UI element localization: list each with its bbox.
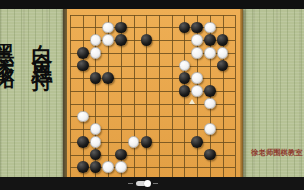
grid-line-v xyxy=(235,15,236,180)
video-frame: 黑吴依铭 白金恩持 徐老师围棋教室 xyxy=(0,0,304,190)
board-left-edge xyxy=(63,9,67,180)
black-stone xyxy=(179,22,191,34)
black-stone xyxy=(217,60,229,72)
go-board[interactable] xyxy=(63,9,243,180)
white-stone xyxy=(217,47,229,59)
mini-label-right xyxy=(153,183,158,185)
white-stone xyxy=(191,47,203,59)
white-stone xyxy=(90,47,102,59)
watermark-caption: 徐老师围棋教室 xyxy=(251,148,303,158)
danmaku-toggle[interactable] xyxy=(136,181,150,187)
black-stone xyxy=(90,72,102,84)
white-stone xyxy=(128,136,140,148)
grid-line-h xyxy=(70,66,235,67)
black-stone xyxy=(90,149,102,161)
black-stone xyxy=(191,22,203,34)
black-stone xyxy=(115,34,127,46)
white-stone xyxy=(90,136,102,148)
black-stone xyxy=(90,161,102,173)
black-stone xyxy=(115,22,127,34)
black-stone xyxy=(204,85,216,97)
white-stone xyxy=(179,60,191,72)
black-stone xyxy=(77,47,89,59)
black-stone xyxy=(115,149,127,161)
white-stone xyxy=(191,34,203,46)
white-stone xyxy=(115,161,127,173)
white-stone xyxy=(90,34,102,46)
black-stone xyxy=(204,149,216,161)
white-stone xyxy=(191,85,203,97)
white-stone xyxy=(204,123,216,135)
toggle-knob[interactable] xyxy=(144,180,151,187)
black-stone xyxy=(77,60,89,72)
last-move-marker xyxy=(189,99,195,104)
black-stone xyxy=(204,34,216,46)
black-player-label: 黑吴依铭 xyxy=(0,27,15,61)
black-stone xyxy=(102,72,114,84)
mini-label-left xyxy=(128,183,133,185)
white-stone xyxy=(204,98,216,110)
white-stone xyxy=(204,47,216,59)
white-stone xyxy=(204,22,216,34)
black-stone xyxy=(191,136,203,148)
black-stone xyxy=(179,85,191,97)
white-stone xyxy=(191,72,203,84)
white-stone xyxy=(102,161,114,173)
black-stone xyxy=(141,136,153,148)
white-player-label: 白金恩持 xyxy=(31,27,53,61)
black-stone xyxy=(77,136,89,148)
letterbox-top-bar xyxy=(0,0,304,9)
white-stone xyxy=(102,34,114,46)
black-stone xyxy=(77,161,89,173)
black-stone xyxy=(217,34,229,46)
grid-line-h xyxy=(70,15,235,16)
white-stone xyxy=(102,22,114,34)
board-right-edge xyxy=(240,9,243,180)
grid-line-h xyxy=(70,116,235,117)
player-mini-controls xyxy=(128,180,158,187)
black-stone xyxy=(179,72,191,84)
white-stone xyxy=(77,111,89,123)
white-stone xyxy=(90,123,102,135)
black-stone xyxy=(141,34,153,46)
